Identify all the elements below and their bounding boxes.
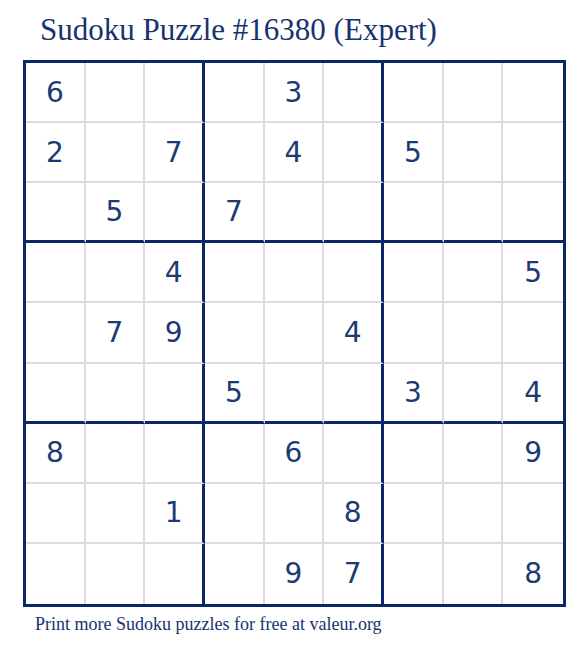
cell-r7c6 <box>324 424 384 484</box>
cell-r4c5 <box>265 243 325 303</box>
cell-r4c1 <box>26 243 86 303</box>
cell-r7c3 <box>145 424 205 484</box>
cell-r3c6 <box>324 183 384 243</box>
cell-r4c6 <box>324 243 384 303</box>
cell-r9c1 <box>26 544 86 604</box>
cell-r7c1: 8 <box>26 424 86 484</box>
sudoku-grid: 632745574579453486918978 <box>23 60 566 607</box>
puzzle-title: Sudoku Puzzle #16380 (Expert) <box>40 12 437 48</box>
cell-r2c8 <box>444 123 504 183</box>
cell-r2c3: 7 <box>145 123 205 183</box>
cell-r9c6: 7 <box>324 544 384 604</box>
cell-r4c4 <box>205 243 265 303</box>
cell-r5c1 <box>26 303 86 363</box>
cell-r1c3 <box>145 63 205 123</box>
cell-r7c5: 6 <box>265 424 325 484</box>
cell-r7c8 <box>444 424 504 484</box>
cell-r2c1: 2 <box>26 123 86 183</box>
cell-r4c3: 4 <box>145 243 205 303</box>
cell-r3c7 <box>384 183 444 243</box>
cell-r2c6 <box>324 123 384 183</box>
cell-r3c9 <box>503 183 563 243</box>
cell-r6c4: 5 <box>205 364 265 424</box>
cell-r1c8 <box>444 63 504 123</box>
cell-r9c9: 8 <box>503 544 563 604</box>
cell-r6c6 <box>324 364 384 424</box>
cell-r5c2: 7 <box>86 303 146 363</box>
cell-r8c1 <box>26 484 86 544</box>
cell-r6c3 <box>145 364 205 424</box>
cell-r2c5: 4 <box>265 123 325 183</box>
cell-r5c9 <box>503 303 563 363</box>
cell-r7c2 <box>86 424 146 484</box>
cell-r3c3 <box>145 183 205 243</box>
cell-r5c6: 4 <box>324 303 384 363</box>
cell-r6c8 <box>444 364 504 424</box>
cell-r4c9: 5 <box>503 243 563 303</box>
cell-r3c1 <box>26 183 86 243</box>
cell-r7c7 <box>384 424 444 484</box>
cell-r2c4 <box>205 123 265 183</box>
cell-r5c5 <box>265 303 325 363</box>
cell-r8c5 <box>265 484 325 544</box>
footer-text: Print more Sudoku puzzles for free at va… <box>35 614 382 635</box>
cell-r3c5 <box>265 183 325 243</box>
cell-r3c2: 5 <box>86 183 146 243</box>
cell-r5c7 <box>384 303 444 363</box>
cell-r5c3: 9 <box>145 303 205 363</box>
cell-r7c9: 9 <box>503 424 563 484</box>
cell-r2c2 <box>86 123 146 183</box>
cell-r8c8 <box>444 484 504 544</box>
cell-r4c7 <box>384 243 444 303</box>
cell-r2c7: 5 <box>384 123 444 183</box>
cell-r4c2 <box>86 243 146 303</box>
cell-r1c1: 6 <box>26 63 86 123</box>
cell-r5c4 <box>205 303 265 363</box>
cell-r9c8 <box>444 544 504 604</box>
cell-r6c9: 4 <box>503 364 563 424</box>
cell-r3c4: 7 <box>205 183 265 243</box>
cell-r9c5: 9 <box>265 544 325 604</box>
cell-r9c7 <box>384 544 444 604</box>
cell-r1c2 <box>86 63 146 123</box>
cell-r1c9 <box>503 63 563 123</box>
cell-r9c2 <box>86 544 146 604</box>
cell-r9c4 <box>205 544 265 604</box>
cell-r8c2 <box>86 484 146 544</box>
cell-r1c7 <box>384 63 444 123</box>
cell-r6c5 <box>265 364 325 424</box>
cell-r8c4 <box>205 484 265 544</box>
cell-r8c7 <box>384 484 444 544</box>
cell-r4c8 <box>444 243 504 303</box>
cell-r9c3 <box>145 544 205 604</box>
cell-r7c4 <box>205 424 265 484</box>
cell-r1c5: 3 <box>265 63 325 123</box>
cell-r5c8 <box>444 303 504 363</box>
cell-r1c6 <box>324 63 384 123</box>
cell-r6c1 <box>26 364 86 424</box>
cell-r8c9 <box>503 484 563 544</box>
cell-r8c6: 8 <box>324 484 384 544</box>
cell-r1c4 <box>205 63 265 123</box>
cell-r8c3: 1 <box>145 484 205 544</box>
cell-r6c2 <box>86 364 146 424</box>
cell-r3c8 <box>444 183 504 243</box>
cell-r6c7: 3 <box>384 364 444 424</box>
cell-r2c9 <box>503 123 563 183</box>
